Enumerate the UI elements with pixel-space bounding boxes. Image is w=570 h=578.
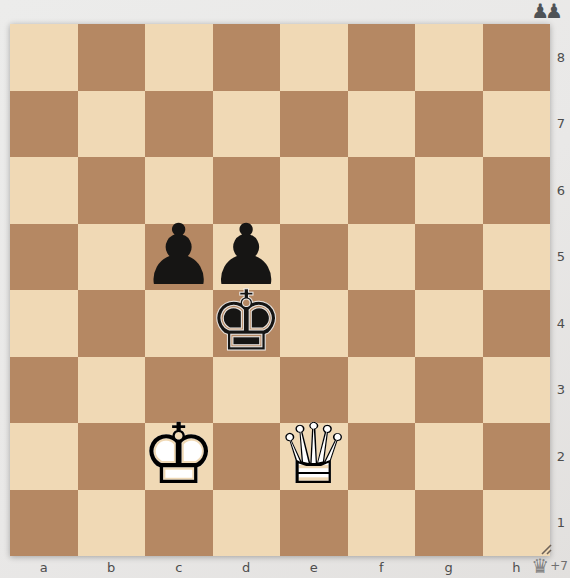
square-h4[interactable] [483, 290, 551, 357]
square-g1[interactable] [415, 490, 483, 557]
square-f1[interactable] [348, 490, 416, 557]
square-d7[interactable] [213, 91, 281, 158]
white-queen-icon: ♛ [531, 555, 549, 577]
square-e4[interactable] [280, 290, 348, 357]
square-g7[interactable] [415, 91, 483, 158]
square-e7[interactable] [280, 91, 348, 158]
square-e1[interactable] [280, 490, 348, 557]
rank-label-6: 6 [552, 157, 570, 224]
square-h7[interactable] [483, 91, 551, 158]
square-a2[interactable] [10, 423, 78, 490]
square-e2[interactable]: ♛♕ [280, 423, 348, 490]
file-label-c: c [145, 556, 213, 578]
square-h3[interactable] [483, 357, 551, 424]
square-h2[interactable] [483, 423, 551, 490]
black-king[interactable]: ♚ [213, 288, 281, 355]
square-f2[interactable] [348, 423, 416, 490]
square-g3[interactable] [415, 357, 483, 424]
square-a8[interactable] [10, 24, 78, 91]
file-label-d: d [213, 556, 281, 578]
square-b4[interactable] [78, 290, 146, 357]
black-pawn-icon: ♟ [545, 0, 559, 23]
file-label-a: a [10, 556, 78, 578]
square-b8[interactable] [78, 24, 146, 91]
square-g5[interactable] [415, 224, 483, 291]
square-b6[interactable] [78, 157, 146, 224]
square-e6[interactable] [280, 157, 348, 224]
square-c8[interactable] [145, 24, 213, 91]
square-h5[interactable] [483, 224, 551, 291]
square-d8[interactable] [213, 24, 281, 91]
square-d2[interactable] [213, 423, 281, 490]
rank-coordinates: 87654321 [552, 24, 570, 556]
square-f5[interactable] [348, 224, 416, 291]
square-b2[interactable] [78, 423, 146, 490]
square-a3[interactable] [10, 357, 78, 424]
chess-board-widget: ♟ ♟ ♟♟♚♚♔♛♕ 87654321 abcdefgh ♛ +7 [0, 0, 570, 578]
rank-label-8: 8 [552, 24, 570, 91]
square-g4[interactable] [415, 290, 483, 357]
chess-board[interactable]: ♟♟♚♚♔♛♕ [10, 24, 550, 556]
square-f8[interactable] [348, 24, 416, 91]
square-c2[interactable]: ♚♔ [145, 423, 213, 490]
black-pawn-icon: ♟ [531, 0, 545, 23]
square-g6[interactable] [415, 157, 483, 224]
square-b3[interactable] [78, 357, 146, 424]
black-pawn[interactable]: ♟ [145, 222, 213, 289]
square-f3[interactable] [348, 357, 416, 424]
material-tray-white: ♛ +7 [531, 555, 568, 577]
square-d4[interactable]: ♚ [213, 290, 281, 357]
square-a6[interactable] [10, 157, 78, 224]
rank-label-2: 2 [552, 423, 570, 490]
material-tray-black: ♟ ♟ [531, 0, 559, 22]
square-d1[interactable] [213, 490, 281, 557]
rank-label-4: 4 [552, 290, 570, 357]
square-g8[interactable] [415, 24, 483, 91]
square-b1[interactable] [78, 490, 146, 557]
square-a5[interactable] [10, 224, 78, 291]
square-h8[interactable] [483, 24, 551, 91]
square-f7[interactable] [348, 91, 416, 158]
square-g2[interactable] [415, 423, 483, 490]
square-c1[interactable] [145, 490, 213, 557]
square-e5[interactable] [280, 224, 348, 291]
file-label-b: b [78, 556, 146, 578]
square-b5[interactable] [78, 224, 146, 291]
rank-label-1: 1 [552, 490, 570, 557]
white-king[interactable]: ♔ [145, 421, 213, 488]
square-d3[interactable] [213, 357, 281, 424]
file-label-g: g [415, 556, 483, 578]
rank-label-7: 7 [552, 91, 570, 158]
square-a1[interactable] [10, 490, 78, 557]
material-advantage: +7 [550, 555, 568, 577]
file-coordinates: abcdefgh [10, 556, 550, 578]
square-h6[interactable] [483, 157, 551, 224]
square-c5[interactable]: ♟ [145, 224, 213, 291]
white-queen[interactable]: ♕ [280, 421, 348, 488]
square-b7[interactable] [78, 91, 146, 158]
file-label-e: e [280, 556, 348, 578]
square-a7[interactable] [10, 91, 78, 158]
resize-handle-icon[interactable] [538, 541, 554, 555]
square-e8[interactable] [280, 24, 348, 91]
rank-label-5: 5 [552, 224, 570, 291]
square-c7[interactable] [145, 91, 213, 158]
square-a4[interactable] [10, 290, 78, 357]
square-f6[interactable] [348, 157, 416, 224]
file-label-f: f [348, 556, 416, 578]
rank-label-3: 3 [552, 357, 570, 424]
square-f4[interactable] [348, 290, 416, 357]
square-c4[interactable] [145, 290, 213, 357]
